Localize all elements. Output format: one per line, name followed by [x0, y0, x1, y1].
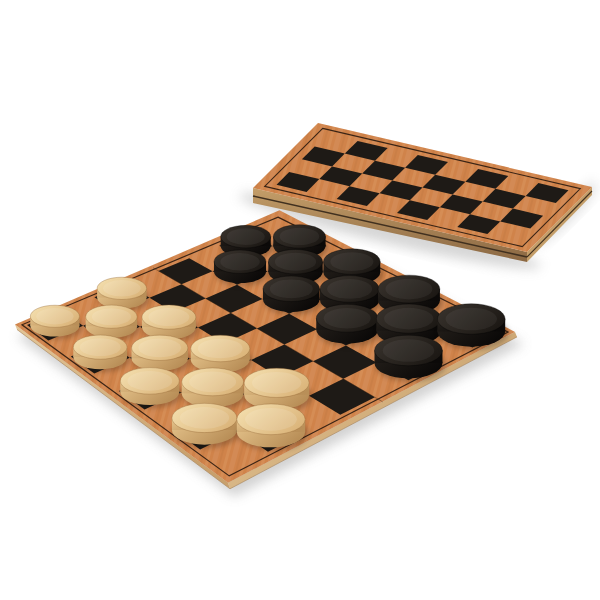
checkers-scene-svg	[0, 0, 600, 600]
checker-piece-wood[interactable]	[30, 305, 82, 339]
piece-top-highlight	[103, 280, 141, 296]
checker-piece-wood[interactable]	[172, 403, 240, 448]
checker-piece-black[interactable]	[375, 335, 446, 381]
piece-top-highlight	[446, 308, 498, 331]
piece-top-highlight	[148, 308, 189, 326]
piece-top-highlight	[383, 339, 435, 362]
piece-top-highlight	[275, 253, 316, 271]
piece-top-highlight	[127, 371, 172, 391]
piece-top-highlight	[80, 338, 121, 356]
piece-top-highlight	[220, 253, 260, 270]
piece-top-highlight	[330, 252, 373, 271]
piece-top-highlight	[270, 279, 313, 298]
piece-top-highlight	[189, 372, 236, 393]
piece-top-highlight	[36, 308, 73, 324]
checker-piece-wood[interactable]	[237, 404, 309, 451]
piece-top-highlight	[327, 279, 372, 299]
piece-top-highlight	[280, 228, 320, 245]
piece-top-highlight	[324, 308, 371, 329]
checker-piece-black[interactable]	[316, 304, 381, 346]
piece-top-highlight	[198, 339, 243, 359]
checker-piece-black[interactable]	[263, 276, 323, 315]
piece-top-highlight	[252, 372, 301, 394]
product-photo	[0, 0, 600, 600]
piece-top-highlight	[245, 408, 297, 431]
piece-top-highlight	[385, 279, 432, 300]
piece-top-highlight	[227, 228, 265, 245]
checker-piece-wood[interactable]	[120, 368, 182, 409]
checker-piece-black[interactable]	[214, 250, 269, 286]
piece-top-highlight	[180, 407, 229, 429]
checker-piece-wood[interactable]	[73, 335, 130, 372]
piece-top-highlight	[384, 308, 433, 330]
checker-piece-black[interactable]	[437, 304, 508, 350]
piece-top-highlight	[138, 338, 181, 357]
piece-top-highlight	[92, 308, 131, 325]
